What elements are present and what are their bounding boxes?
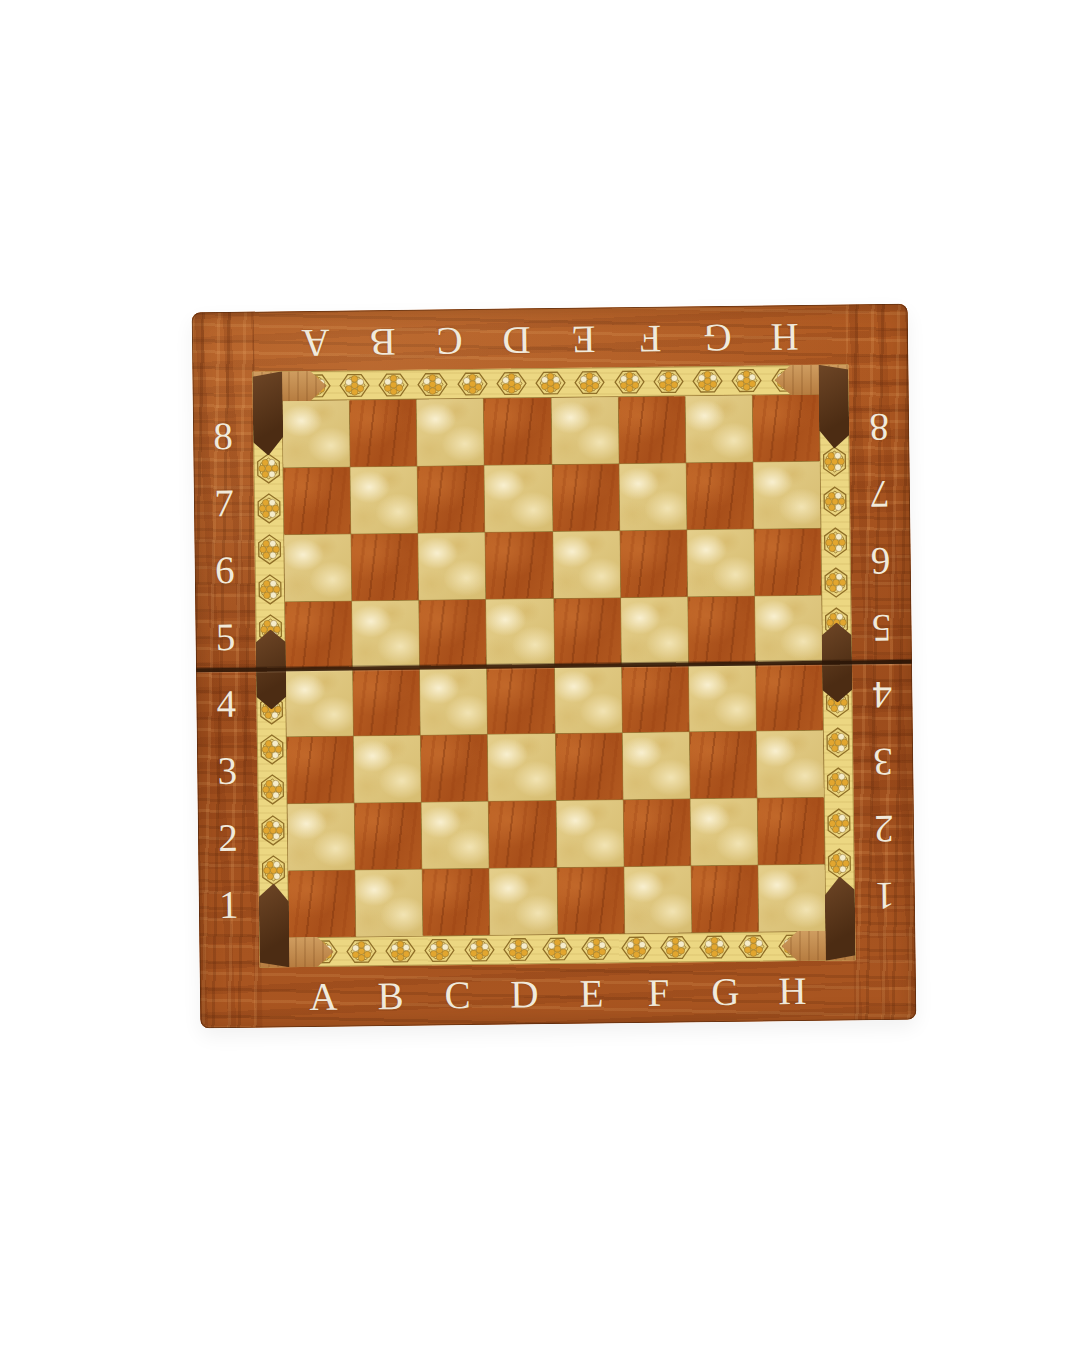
file-label-bottom-a: A [290,970,358,1021]
square-e5 [554,599,621,666]
honeycomb-rosette-icon [502,936,534,962]
square-c5 [419,600,486,667]
honeycomb-rosette-icon [698,934,730,960]
honeycomb-rosette-icon [456,371,488,397]
honeycomb-rosette-icon [377,372,409,398]
square-f8 [618,396,685,463]
honeycomb-rosette-icon [581,935,613,961]
square-f2 [623,799,690,866]
chess-board: ABCDEFGH ABCDEFGH 87654321 87654321 [192,304,917,1029]
square-h3 [757,730,824,797]
square-g7 [686,463,753,530]
square-b1 [356,870,423,937]
file-label-bottom-f: F [625,966,693,1017]
square-d8 [484,398,551,465]
square-d4 [487,667,554,734]
square-e7 [552,464,619,531]
square-c4 [420,667,487,734]
square-e6 [553,531,620,598]
file-label-bottom-e: E [558,967,626,1018]
rank-label-right-8: 8 [849,394,910,462]
file-label-top-a: A [282,320,350,367]
square-h8 [753,395,820,462]
honeycomb-rosette-icon [613,369,645,395]
honeycomb-rosette-icon [260,814,286,846]
square-g8 [685,396,752,463]
square-d6 [486,532,553,599]
square-d2 [489,801,556,868]
honeycomb-rosette-icon [825,767,851,799]
honeycomb-rosette-icon [620,935,652,961]
honeycomb-rosette-icon [417,371,449,397]
rank-label-right-3: 3 [853,729,914,797]
square-f5 [621,598,688,665]
file-label-bottom-h: H [759,965,827,1016]
honeycomb-rosette-icon [259,734,285,766]
rank-label-left-8: 8 [193,402,254,470]
square-h4 [756,663,823,730]
square-g3 [690,731,757,798]
file-labels-top: ABCDEFGH [282,315,819,368]
honeycomb-rosette-icon [574,369,606,395]
square-e3 [555,733,622,800]
square-b5 [352,601,419,668]
square-a1 [288,870,355,937]
honeycomb-rosette-icon [821,446,847,478]
rank-label-left-2: 2 [198,804,259,872]
square-d3 [488,734,555,801]
square-g6 [687,530,754,597]
square-a7 [284,468,351,535]
square-e8 [551,397,618,464]
square-f6 [620,531,687,598]
rank-label-right-7: 7 [850,461,911,529]
honeycomb-rosette-icon [338,372,370,398]
square-e1 [557,867,624,934]
honeycomb-rosette-icon [825,727,851,759]
honeycomb-rosette-icon [495,370,527,396]
honeycomb-rosette-icon [652,368,684,394]
square-e4 [555,666,622,733]
square-c8 [417,399,484,466]
file-label-top-h: H [751,315,819,362]
square-g2 [690,798,757,865]
file-label-bottom-g: G [692,966,760,1017]
square-g1 [691,865,758,932]
square-c1 [423,869,490,936]
file-label-bottom-c: C [424,969,492,1020]
file-label-top-e: E [550,317,618,364]
square-b2 [355,802,422,869]
square-d7 [485,465,552,532]
file-label-top-f: F [617,316,685,363]
square-d1 [490,868,557,935]
square-b6 [352,534,419,601]
file-label-top-b: B [349,320,417,367]
square-a2 [288,803,355,870]
honeycomb-rosette-icon [260,854,286,886]
square-a5 [285,602,352,669]
square-e2 [556,800,623,867]
honeycomb-rosette-icon [731,367,763,393]
file-label-top-g: G [684,316,752,363]
square-c7 [418,466,485,533]
square-a4 [286,669,353,736]
rank-label-right-6: 6 [850,528,911,596]
file-label-bottom-d: D [491,968,559,1019]
rank-label-right-5: 5 [851,595,912,663]
honeycomb-rosette-icon [257,573,283,605]
honeycomb-rosette-icon [384,938,416,964]
square-c3 [421,734,488,801]
square-a8 [283,400,350,467]
rank-label-left-7: 7 [194,469,255,537]
square-d5 [487,599,554,666]
honeycomb-rosette-icon [345,938,377,964]
square-h7 [753,462,820,529]
honeycomb-rosette-icon [659,934,691,960]
honeycomb-rosette-icon [534,370,566,396]
square-f7 [619,464,686,531]
square-h5 [755,596,822,663]
square-b4 [353,668,420,735]
square-g5 [688,597,755,664]
square-c6 [419,533,486,600]
square-h1 [758,865,825,932]
square-b3 [354,735,421,802]
honeycomb-rosette-icon [823,566,849,598]
rank-label-right-4: 4 [852,662,913,730]
square-b8 [350,400,417,467]
honeycomb-rosette-icon [256,533,282,565]
honeycomb-rosette-icon [541,936,573,962]
photo-background: ABCDEFGH ABCDEFGH 87654321 87654321 [0,0,1080,1350]
square-g4 [689,664,756,731]
square-c2 [422,802,489,869]
honeycomb-rosette-icon [826,847,852,879]
square-h6 [754,529,821,596]
file-label-top-d: D [483,318,551,365]
file-labels-bottom: ABCDEFGH [290,965,827,1022]
honeycomb-rosette-icon [691,368,723,394]
honeycomb-rosette-icon [256,493,282,525]
rank-label-left-6: 6 [194,536,255,604]
honeycomb-rosette-icon [259,774,285,806]
file-label-top-c: C [416,319,484,366]
honeycomb-rosette-icon [738,933,770,959]
rank-label-right-2: 2 [854,796,915,864]
rank-label-left-3: 3 [197,737,258,805]
rank-label-left-1: 1 [198,871,259,939]
rank-label-left-5: 5 [195,603,256,671]
square-f3 [622,732,689,799]
square-a3 [287,736,354,803]
honeycomb-rosette-icon [424,937,456,963]
square-h2 [758,797,825,864]
square-f4 [622,665,689,732]
honeycomb-rosette-icon [463,937,495,963]
honeycomb-rosette-icon [826,807,852,839]
honeycomb-rosette-icon [822,526,848,558]
square-f1 [624,866,691,933]
square-b7 [351,467,418,534]
honeycomb-rosette-icon [822,486,848,518]
rank-label-right-1: 1 [854,863,915,931]
file-label-bottom-b: B [357,970,425,1021]
rank-label-left-4: 4 [196,670,257,738]
honeycomb-rosette-icon [255,453,281,485]
square-a6 [284,535,351,602]
